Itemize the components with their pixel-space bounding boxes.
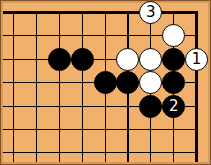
intersection	[162, 48, 185, 71]
intersection	[185, 71, 208, 94]
intersection	[25, 24, 48, 47]
intersection	[25, 141, 48, 164]
intersection	[71, 24, 94, 47]
white-stone-3: 3	[139, 1, 162, 24]
intersection	[185, 118, 208, 141]
intersection	[2, 24, 25, 47]
black-stone	[48, 48, 71, 71]
intersection	[48, 141, 71, 164]
intersection	[117, 141, 140, 164]
intersection	[117, 1, 140, 24]
move-number-label: 1	[192, 52, 202, 67]
move-number-label: 3	[146, 5, 156, 20]
intersection	[2, 48, 25, 71]
intersection	[117, 118, 140, 141]
intersection	[71, 118, 94, 141]
intersection	[162, 118, 185, 141]
intersection	[2, 1, 25, 24]
intersection	[185, 1, 208, 24]
intersection	[139, 94, 162, 117]
black-stone	[162, 71, 185, 94]
intersection	[48, 118, 71, 141]
white-stone	[139, 71, 162, 94]
intersection	[48, 1, 71, 24]
intersection	[25, 48, 48, 71]
black-stone	[162, 48, 185, 71]
intersection	[94, 1, 117, 24]
intersection	[94, 94, 117, 117]
white-stone	[162, 24, 185, 47]
intersection	[185, 94, 208, 117]
black-stone	[94, 71, 117, 94]
intersection	[117, 94, 140, 117]
white-stone	[139, 48, 162, 71]
intersection	[162, 141, 185, 164]
intersection	[25, 1, 48, 24]
intersection	[71, 94, 94, 117]
intersection	[25, 94, 48, 117]
intersection	[117, 48, 140, 71]
intersection	[94, 141, 117, 164]
intersection: 2	[162, 94, 185, 117]
intersection	[117, 24, 140, 47]
intersection	[94, 24, 117, 47]
intersection	[48, 48, 71, 71]
intersection	[94, 71, 117, 94]
intersection	[71, 1, 94, 24]
intersection	[117, 71, 140, 94]
intersection	[25, 71, 48, 94]
go-diagram: 312	[0, 0, 211, 165]
intersection	[71, 48, 94, 71]
intersection	[94, 118, 117, 141]
intersection	[139, 141, 162, 164]
intersection	[2, 94, 25, 117]
intersection	[71, 71, 94, 94]
intersection	[48, 71, 71, 94]
white-stone	[116, 48, 139, 71]
intersection	[185, 141, 208, 164]
intersection	[94, 48, 117, 71]
intersection	[48, 94, 71, 117]
intersection	[71, 141, 94, 164]
black-stone	[116, 71, 139, 94]
stone-grid: 312	[2, 1, 208, 165]
go-board: 312	[3, 3, 208, 162]
intersection	[162, 1, 185, 24]
intersection	[2, 71, 25, 94]
black-stone	[71, 48, 94, 71]
intersection: 1	[185, 48, 208, 71]
intersection: 3	[139, 1, 162, 24]
intersection	[25, 118, 48, 141]
black-stone-2: 2	[162, 95, 185, 118]
intersection	[185, 24, 208, 47]
intersection	[162, 24, 185, 47]
intersection	[48, 24, 71, 47]
white-stone-1: 1	[185, 48, 208, 71]
intersection	[2, 118, 25, 141]
black-stone	[139, 95, 162, 118]
intersection	[139, 24, 162, 47]
intersection	[139, 48, 162, 71]
intersection	[162, 71, 185, 94]
intersection	[139, 118, 162, 141]
move-number-label: 2	[169, 99, 179, 114]
intersection	[2, 141, 25, 164]
intersection	[139, 71, 162, 94]
